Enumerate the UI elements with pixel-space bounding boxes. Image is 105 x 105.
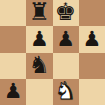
square-b5[interactable] [26, 79, 52, 105]
square-d8[interactable] [79, 0, 105, 26]
black-knight-c5[interactable]: ♞ [55, 79, 77, 103]
black-pawn-b7[interactable]: ♟ [30, 29, 49, 50]
square-a6[interactable] [0, 53, 26, 79]
square-a5[interactable]: ♟ [0, 79, 26, 105]
square-c5[interactable]: ♞ [53, 79, 79, 105]
square-d5[interactable] [79, 79, 105, 105]
square-d6[interactable] [79, 53, 105, 79]
square-a7[interactable] [0, 26, 26, 52]
square-c8[interactable]: ♚ [53, 0, 79, 26]
black-pawn-a5[interactable]: ♟ [4, 81, 23, 102]
chess-board: ♜♚♟♟♟♞♟♞ [0, 0, 105, 105]
black-king-c8[interactable]: ♚ [55, 0, 77, 24]
black-knight-b6[interactable]: ♞ [29, 53, 51, 77]
square-a8[interactable] [0, 0, 26, 26]
square-c7[interactable]: ♟ [53, 26, 79, 52]
black-pawn-d7[interactable]: ♟ [82, 29, 101, 50]
square-b6[interactable]: ♞ [26, 53, 52, 79]
square-b7[interactable]: ♟ [26, 26, 52, 52]
square-b8[interactable]: ♜ [26, 0, 52, 26]
black-rook-b8[interactable]: ♜ [29, 0, 51, 24]
square-c6[interactable] [53, 53, 79, 79]
black-pawn-c7[interactable]: ♟ [56, 29, 75, 50]
square-d7[interactable]: ♟ [79, 26, 105, 52]
